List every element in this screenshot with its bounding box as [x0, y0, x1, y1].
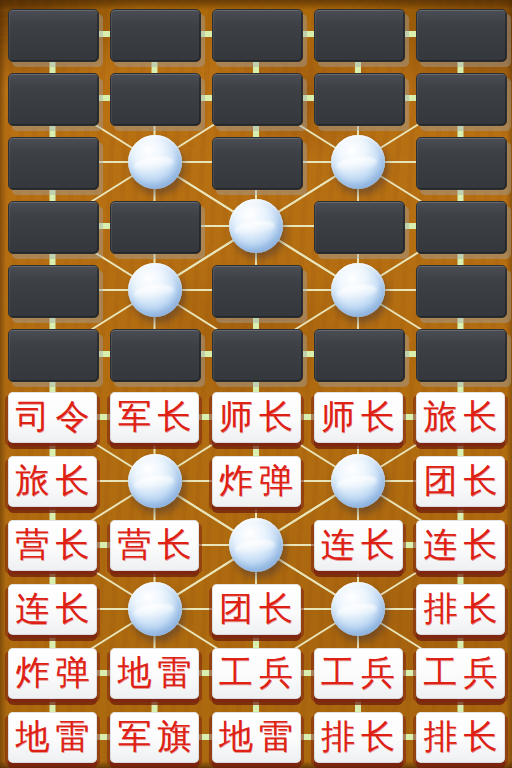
piece-tile[interactable]: 炸弹 — [8, 648, 97, 699]
piece-label: 排长 — [321, 720, 401, 754]
hidden-piece-tile[interactable] — [416, 265, 507, 318]
piece-label: 工兵 — [321, 656, 401, 690]
camp-sphere[interactable] — [128, 582, 182, 636]
piece-tile[interactable]: 师长 — [212, 392, 301, 443]
piece-tile[interactable]: 工兵 — [314, 648, 403, 699]
luzhanqi-board: 司令军长师长师长旅长旅长炸弹团长营长营长连长连长连长团长排长炸弹地雷工兵工兵工兵… — [0, 0, 512, 768]
hidden-piece-tile[interactable] — [110, 201, 201, 254]
camp-sphere-highlight — [133, 282, 174, 301]
piece-tile[interactable]: 工兵 — [416, 648, 505, 699]
piece-label: 排长 — [424, 592, 504, 626]
hidden-piece-tile[interactable] — [314, 9, 405, 62]
piece-label: 炸弹 — [219, 464, 299, 498]
hidden-piece-tile[interactable] — [212, 73, 303, 126]
piece-label: 师长 — [321, 400, 401, 434]
camp-sphere-highlight — [337, 154, 378, 173]
piece-tile[interactable]: 排长 — [416, 712, 505, 763]
hidden-piece-tile[interactable] — [416, 137, 507, 190]
piece-tile[interactable]: 营长 — [8, 520, 97, 571]
piece-label: 团长 — [424, 464, 504, 498]
piece-label: 团长 — [219, 592, 299, 626]
hidden-piece-tile[interactable] — [314, 329, 405, 382]
hidden-piece-tile[interactable] — [8, 201, 99, 254]
camp-sphere-highlight — [235, 537, 276, 556]
hidden-piece-tile[interactable] — [416, 9, 507, 62]
camp-sphere[interactable] — [128, 135, 182, 189]
hidden-piece-tile[interactable] — [110, 73, 201, 126]
hidden-piece-tile[interactable] — [212, 265, 303, 318]
piece-tile[interactable]: 工兵 — [212, 648, 301, 699]
hidden-piece-tile[interactable] — [314, 201, 405, 254]
piece-tile[interactable]: 团长 — [212, 584, 301, 635]
camp-sphere[interactable] — [128, 263, 182, 317]
hidden-piece-tile[interactable] — [8, 73, 99, 126]
hidden-piece-tile[interactable] — [212, 9, 303, 62]
piece-label: 工兵 — [424, 656, 504, 690]
piece-label: 旅长 — [424, 400, 504, 434]
camp-sphere-highlight — [133, 154, 174, 173]
piece-label: 旅长 — [16, 464, 96, 498]
piece-tile[interactable]: 排长 — [314, 712, 403, 763]
hidden-piece-tile[interactable] — [212, 137, 303, 190]
hidden-piece-tile[interactable] — [314, 73, 405, 126]
camp-sphere-highlight — [133, 473, 174, 492]
hidden-piece-tile[interactable] — [110, 9, 201, 62]
piece-tile[interactable]: 连长 — [314, 520, 403, 571]
camp-sphere[interactable] — [229, 199, 283, 253]
camp-sphere-highlight — [337, 601, 378, 620]
piece-label: 工兵 — [219, 656, 299, 690]
piece-label: 军旗 — [118, 720, 198, 754]
piece-label: 军长 — [118, 400, 198, 434]
piece-label: 炸弹 — [16, 656, 96, 690]
piece-label: 连长 — [321, 528, 401, 562]
camp-sphere[interactable] — [331, 135, 385, 189]
piece-tile[interactable]: 炸弹 — [212, 456, 301, 507]
hidden-piece-tile[interactable] — [8, 9, 99, 62]
camp-sphere[interactable] — [331, 263, 385, 317]
piece-tile[interactable]: 师长 — [314, 392, 403, 443]
camp-sphere-highlight — [235, 218, 276, 237]
piece-label: 连长 — [16, 592, 96, 626]
camp-sphere-highlight — [337, 473, 378, 492]
piece-tile[interactable]: 地雷 — [8, 712, 97, 763]
piece-label: 营长 — [16, 528, 96, 562]
camp-sphere[interactable] — [229, 518, 283, 572]
camp-sphere[interactable] — [128, 454, 182, 508]
piece-tile[interactable]: 旅长 — [8, 456, 97, 507]
piece-label: 师长 — [219, 400, 299, 434]
piece-tile[interactable]: 旅长 — [416, 392, 505, 443]
hidden-piece-tile[interactable] — [110, 329, 201, 382]
piece-label: 地雷 — [118, 656, 198, 690]
camp-sphere[interactable] — [331, 454, 385, 508]
hidden-piece-tile[interactable] — [212, 329, 303, 382]
piece-label: 排长 — [424, 720, 504, 754]
piece-tile[interactable]: 司令 — [8, 392, 97, 443]
piece-label: 营长 — [118, 528, 198, 562]
piece-tile[interactable]: 地雷 — [212, 712, 301, 763]
piece-tile[interactable]: 地雷 — [110, 648, 199, 699]
hidden-piece-tile[interactable] — [8, 329, 99, 382]
piece-tile[interactable]: 连长 — [8, 584, 97, 635]
piece-tile[interactable]: 军长 — [110, 392, 199, 443]
camp-sphere-highlight — [337, 282, 378, 301]
hidden-piece-tile[interactable] — [416, 329, 507, 382]
piece-label: 连长 — [424, 528, 504, 562]
hidden-piece-tile[interactable] — [416, 73, 507, 126]
piece-label: 地雷 — [219, 720, 299, 754]
hidden-piece-tile[interactable] — [8, 265, 99, 318]
hidden-piece-tile[interactable] — [416, 201, 507, 254]
board-positions: 司令军长师长师长旅长旅长炸弹团长营长营长连长连长连长团长排长炸弹地雷工兵工兵工兵… — [0, 0, 512, 768]
piece-tile[interactable]: 连长 — [416, 520, 505, 571]
piece-label: 司令 — [16, 400, 96, 434]
piece-label: 地雷 — [16, 720, 96, 754]
piece-tile[interactable]: 排长 — [416, 584, 505, 635]
piece-tile[interactable]: 军旗 — [110, 712, 199, 763]
piece-tile[interactable]: 营长 — [110, 520, 199, 571]
camp-sphere[interactable] — [331, 582, 385, 636]
piece-tile[interactable]: 团长 — [416, 456, 505, 507]
camp-sphere-highlight — [133, 601, 174, 620]
hidden-piece-tile[interactable] — [8, 137, 99, 190]
